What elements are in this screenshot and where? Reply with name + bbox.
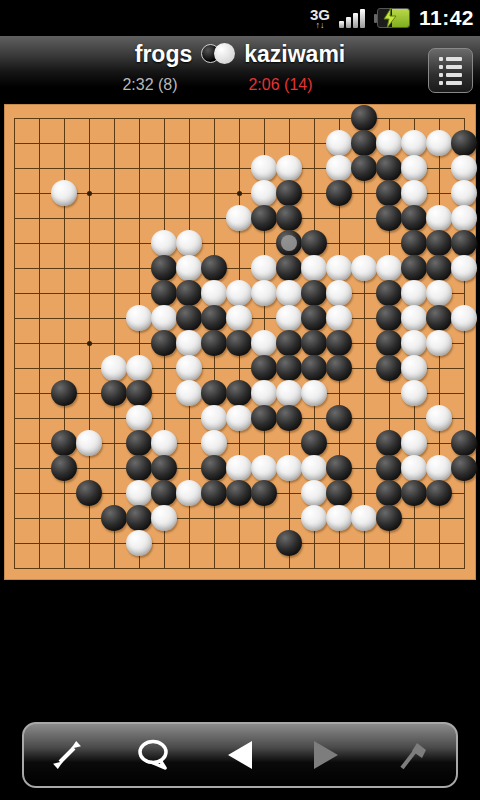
white-stone[interactable] (426, 405, 452, 431)
comment-bubble-icon (134, 737, 174, 773)
black-stone[interactable] (351, 105, 377, 131)
black-stone[interactable] (201, 380, 227, 406)
black-stone[interactable] (276, 205, 302, 231)
white-stone[interactable] (326, 280, 352, 306)
black-stone[interactable] (51, 380, 77, 406)
white-stone[interactable] (251, 330, 277, 356)
black-stone[interactable] (101, 505, 127, 531)
black-stone[interactable] (451, 430, 477, 456)
white-stone[interactable] (126, 405, 152, 431)
white-stone[interactable] (376, 255, 402, 281)
white-stone[interactable] (401, 330, 427, 356)
flag-button[interactable] (377, 727, 449, 783)
playback-toolbar (22, 722, 458, 788)
black-stone[interactable] (126, 380, 152, 406)
expand-icon (49, 737, 85, 773)
white-stone[interactable] (426, 205, 452, 231)
white-stone[interactable] (451, 305, 477, 331)
black-stone[interactable] (401, 205, 427, 231)
battery-charging-icon (374, 8, 410, 28)
signal-strength-icon (339, 8, 365, 28)
previous-move-button[interactable] (204, 727, 276, 783)
players-title: frogs kaziwami (0, 36, 480, 72)
last-move-marker (281, 235, 297, 251)
white-stone[interactable] (226, 405, 252, 431)
white-stone[interactable] (176, 355, 202, 381)
list-menu-icon (439, 57, 462, 85)
white-stone[interactable] (326, 505, 352, 531)
black-stone[interactable] (326, 355, 352, 381)
white-stone[interactable] (251, 255, 277, 281)
black-stone[interactable] (276, 355, 302, 381)
white-stone[interactable] (401, 355, 427, 381)
black-stone[interactable] (201, 455, 227, 481)
previous-icon (228, 741, 252, 769)
white-stone[interactable] (351, 505, 377, 531)
white-stone[interactable] (401, 130, 427, 156)
3g-network-icon: 3G↑↓ (310, 7, 330, 30)
black-stone[interactable] (251, 355, 277, 381)
white-stone[interactable] (426, 280, 452, 306)
white-stone[interactable] (426, 330, 452, 356)
flag-icon (395, 737, 431, 773)
white-stone[interactable] (101, 355, 127, 381)
comment-button[interactable] (118, 727, 190, 783)
black-stone[interactable] (326, 455, 352, 481)
white-stone[interactable] (401, 455, 427, 481)
black-stone[interactable] (151, 455, 177, 481)
game-header: frogs kaziwami 2:32 (8) 2:06 (14) (0, 36, 480, 104)
black-stone[interactable] (451, 230, 477, 256)
white-stone[interactable] (226, 305, 252, 331)
status-bar: 3G↑↓ 11:42 (0, 0, 480, 36)
white-stone[interactable] (176, 255, 202, 281)
black-player-name: frogs (135, 41, 193, 68)
white-stone[interactable] (201, 405, 227, 431)
white-stone[interactable] (251, 280, 277, 306)
white-stone[interactable] (276, 380, 302, 406)
black-stone[interactable] (101, 380, 127, 406)
black-stone[interactable] (276, 330, 302, 356)
black-stone[interactable] (226, 330, 252, 356)
white-stone[interactable] (276, 305, 302, 331)
black-stone[interactable] (376, 280, 402, 306)
black-stone[interactable] (301, 305, 327, 331)
black-player-clock: 2:32 (8) (85, 76, 215, 94)
white-stone[interactable] (251, 380, 277, 406)
black-stone[interactable] (376, 505, 402, 531)
black-stone[interactable] (126, 430, 152, 456)
white-stone[interactable] (126, 305, 152, 331)
black-stone[interactable] (426, 255, 452, 281)
white-stone[interactable] (426, 130, 452, 156)
black-stone[interactable] (176, 280, 202, 306)
black-stone[interactable] (251, 480, 277, 506)
white-stone[interactable] (51, 180, 77, 206)
white-stone[interactable] (326, 155, 352, 181)
next-icon (314, 741, 338, 769)
white-stone[interactable] (176, 480, 202, 506)
white-stone[interactable] (126, 355, 152, 381)
app-screen: 3G↑↓ 11:42 frogs kaziwami 2:32 (8) 2:06 … (0, 0, 480, 800)
white-stone[interactable] (351, 255, 377, 281)
star-point (237, 191, 242, 196)
black-stone[interactable] (151, 330, 177, 356)
black-stone[interactable] (201, 480, 227, 506)
black-stone[interactable] (426, 305, 452, 331)
black-stone[interactable] (201, 330, 227, 356)
black-stone[interactable] (401, 255, 427, 281)
menu-button[interactable] (428, 48, 473, 93)
white-stone[interactable] (401, 180, 427, 206)
black-stone[interactable] (201, 305, 227, 331)
white-stone[interactable] (151, 430, 177, 456)
black-stone[interactable] (176, 305, 202, 331)
black-stone[interactable] (376, 330, 402, 356)
white-stone[interactable] (376, 130, 402, 156)
white-stone[interactable] (226, 205, 252, 231)
black-stone[interactable] (376, 455, 402, 481)
white-stone[interactable] (451, 205, 477, 231)
black-stone[interactable] (376, 430, 402, 456)
expand-button[interactable] (31, 727, 103, 783)
black-stone[interactable] (226, 480, 252, 506)
white-stone[interactable] (276, 280, 302, 306)
white-player-name: kaziwami (244, 41, 345, 68)
black-stone[interactable] (301, 280, 327, 306)
black-stone[interactable] (276, 530, 302, 556)
black-stone[interactable] (51, 455, 77, 481)
white-stone[interactable] (276, 155, 302, 181)
white-stone[interactable] (326, 305, 352, 331)
white-stone[interactable] (226, 280, 252, 306)
black-stone[interactable] (151, 480, 177, 506)
black-stone[interactable] (251, 205, 277, 231)
black-stone[interactable] (76, 480, 102, 506)
white-stone[interactable] (151, 505, 177, 531)
white-stone[interactable] (401, 280, 427, 306)
black-stone[interactable] (151, 280, 177, 306)
white-stone[interactable] (201, 280, 227, 306)
white-stone[interactable] (201, 430, 227, 456)
star-point (87, 341, 92, 346)
white-stone[interactable] (301, 380, 327, 406)
black-stone[interactable] (426, 230, 452, 256)
black-stone[interactable] (276, 255, 302, 281)
white-stone[interactable] (401, 155, 427, 181)
white-stone[interactable] (126, 480, 152, 506)
black-stone[interactable] (401, 230, 427, 256)
black-stone[interactable] (426, 480, 452, 506)
black-stone[interactable] (376, 205, 402, 231)
white-player-clock: 2:06 (14) (213, 76, 348, 94)
black-stone[interactable] (351, 130, 377, 156)
black-white-stones-icon (201, 42, 235, 66)
black-stone[interactable] (126, 505, 152, 531)
white-stone[interactable] (251, 180, 277, 206)
black-stone[interactable] (276, 230, 302, 256)
black-stone[interactable] (376, 180, 402, 206)
white-stone[interactable] (326, 255, 352, 281)
black-stone[interactable] (301, 355, 327, 381)
white-stone[interactable] (176, 330, 202, 356)
black-stone[interactable] (376, 355, 402, 381)
black-stone[interactable] (351, 155, 377, 181)
white-stone[interactable] (176, 380, 202, 406)
white-stone[interactable] (301, 480, 327, 506)
black-stone[interactable] (451, 130, 477, 156)
white-stone[interactable] (301, 455, 327, 481)
white-stone[interactable] (401, 305, 427, 331)
black-stone[interactable] (126, 455, 152, 481)
white-stone[interactable] (176, 230, 202, 256)
black-stone[interactable] (276, 405, 302, 431)
black-stone[interactable] (301, 430, 327, 456)
white-stone[interactable] (76, 430, 102, 456)
next-move-button[interactable] (290, 727, 362, 783)
white-stone[interactable] (451, 155, 477, 181)
black-stone[interactable] (251, 405, 277, 431)
white-stone[interactable] (251, 155, 277, 181)
black-stone[interactable] (326, 180, 352, 206)
lightning-bolt-icon (381, 8, 399, 28)
white-stone[interactable] (251, 455, 277, 481)
white-stone[interactable] (301, 505, 327, 531)
white-stone[interactable] (301, 255, 327, 281)
white-stone[interactable] (401, 380, 427, 406)
white-stone[interactable] (401, 430, 427, 456)
white-stone[interactable] (151, 305, 177, 331)
go-board[interactable] (4, 104, 476, 580)
black-stone[interactable] (376, 305, 402, 331)
black-stone[interactable] (451, 455, 477, 481)
black-stone[interactable] (201, 255, 227, 281)
black-stone[interactable] (301, 330, 327, 356)
black-stone[interactable] (301, 230, 327, 256)
white-stone[interactable] (126, 530, 152, 556)
clock-row: 2:32 (8) 2:06 (14) (0, 72, 480, 102)
white-stone[interactable] (151, 230, 177, 256)
white-stone[interactable] (451, 180, 477, 206)
clock-time: 11:42 (419, 6, 474, 30)
black-stone[interactable] (376, 480, 402, 506)
star-point (87, 191, 92, 196)
white-stone[interactable] (276, 455, 302, 481)
black-stone[interactable] (376, 155, 402, 181)
white-stone[interactable] (326, 130, 352, 156)
black-stone[interactable] (326, 405, 352, 431)
black-stone[interactable] (276, 180, 302, 206)
white-stone[interactable] (426, 455, 452, 481)
white-stone[interactable] (451, 255, 477, 281)
black-stone[interactable] (326, 330, 352, 356)
black-stone[interactable] (326, 480, 352, 506)
black-stone[interactable] (151, 255, 177, 281)
black-stone[interactable] (226, 380, 252, 406)
black-stone[interactable] (401, 480, 427, 506)
white-stone[interactable] (226, 455, 252, 481)
black-stone[interactable] (51, 430, 77, 456)
